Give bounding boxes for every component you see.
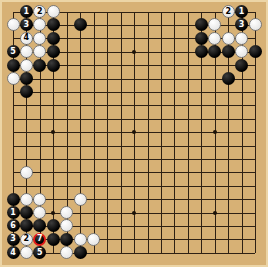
white-stone [7,72,20,85]
white-stone-move-4: 4 [20,32,33,45]
white-stone [33,32,46,45]
white-stone-move-2: 2 [33,5,46,18]
grid-line-vertical [161,12,162,253]
grid-line-horizontal [13,186,255,187]
grid-line-horizontal [13,146,255,147]
white-stone [60,206,73,219]
white-stone [7,18,20,31]
black-stone [33,219,46,232]
grid-line-vertical [174,12,175,253]
black-stone [20,85,33,98]
black-stone [74,18,87,31]
white-stone [60,219,73,232]
black-stone-move-3: 3 [20,18,33,31]
star-point [132,130,136,134]
black-stone-move-1: 1 [7,206,20,219]
black-stone [60,233,73,246]
white-stone [47,5,60,18]
white-stone [222,32,235,45]
go-board[interactable]: 122133451632745 [0,0,268,267]
black-stone [20,72,33,85]
black-stone [208,45,221,58]
white-stone-move-2: 2 [222,5,235,18]
black-stone [20,219,33,232]
white-stone [33,45,46,58]
black-stone-move-7: 7 [33,233,46,246]
white-stone [33,206,46,219]
grid-line-vertical [188,12,189,253]
white-stone [74,193,87,206]
white-stone [74,233,87,246]
white-stone [249,18,262,31]
black-stone [47,219,60,232]
grid-line-vertical [148,12,149,253]
white-stone [208,32,221,45]
white-stone [20,45,33,58]
black-stone [74,246,87,259]
black-stone [249,45,262,58]
white-stone [20,193,33,206]
black-stone [20,206,33,219]
white-stone [20,246,33,259]
grid-line-horizontal [13,159,255,160]
white-stone [60,246,73,259]
black-stone-move-6: 6 [7,219,20,232]
black-stone [47,45,60,58]
star-point [51,130,55,134]
white-stone [33,193,46,206]
star-point [132,50,136,54]
black-stone [222,45,235,58]
black-stone [47,32,60,45]
black-stone-move-5: 5 [7,45,20,58]
black-stone-move-4: 4 [7,246,20,259]
black-stone-move-5: 5 [33,246,46,259]
black-stone-move-3: 3 [7,233,20,246]
grid-line-horizontal [13,172,255,173]
white-stone [20,59,33,72]
white-stone [20,166,33,179]
white-stone [87,233,100,246]
black-stone [235,59,248,72]
white-stone [235,32,248,45]
black-stone [33,59,46,72]
black-stone [7,193,20,206]
white-stone [33,18,46,31]
grid-line-horizontal [13,253,255,254]
black-stone [7,59,20,72]
star-point [213,211,217,215]
white-stone [208,18,221,31]
black-stone [47,233,60,246]
white-stone [235,45,248,58]
black-stone [47,59,60,72]
black-stone [195,32,208,45]
star-point [51,211,55,215]
star-point [132,211,136,215]
black-stone [222,72,235,85]
star-point [213,130,217,134]
black-stone-move-1: 1 [20,5,33,18]
white-stone-move-2: 2 [20,233,33,246]
black-stone-move-3: 3 [235,18,248,31]
black-stone [195,45,208,58]
black-stone [47,18,60,31]
grid-line-horizontal [13,199,255,200]
black-stone [195,18,208,31]
black-stone-move-1: 1 [235,5,248,18]
